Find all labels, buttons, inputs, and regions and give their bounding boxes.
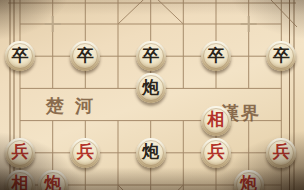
piece-grid: 卒卒卒卒卒炮相兵兵炮兵兵相炮炮 [4,8,298,190]
piece-glyph: 炮 [142,143,159,160]
piece-glyph: 炮 [240,175,257,190]
piece-black-soldier-f8r3[interactable]: 卒 [266,41,296,71]
piece-red-elephant-f6r5[interactable]: 相 [201,106,231,136]
piece-glyph: 卒 [77,46,94,63]
piece-glyph: 卒 [273,46,290,63]
piece-black-cannon-f4r4[interactable]: 炮 [136,73,166,103]
piece-glyph: 相 [207,111,224,128]
piece-black-soldier-f2r3[interactable]: 卒 [70,41,100,71]
piece-glyph: 兵 [207,143,224,160]
piece-glyph: 相 [12,175,29,190]
piece-glyph: 兵 [273,143,290,160]
piece-glyph: 炮 [44,175,61,190]
piece-glyph: 炮 [142,78,159,95]
piece-black-cannon-f4r6[interactable]: 炮 [136,138,166,168]
piece-glyph: 卒 [207,46,224,63]
piece-glyph: 兵 [12,143,29,160]
piece-red-elephant-f0r7[interactable]: 相 [5,170,35,190]
piece-black-soldier-f6r3[interactable]: 卒 [201,41,231,71]
piece-red-soldier-f6r6[interactable]: 兵 [201,138,231,168]
piece-black-soldier-f0r3[interactable]: 卒 [5,41,35,71]
piece-red-soldier-f0r6[interactable]: 兵 [5,138,35,168]
piece-red-soldier-f8r6[interactable]: 兵 [266,138,296,168]
piece-glyph: 兵 [77,143,94,160]
piece-black-soldier-f4r3[interactable]: 卒 [136,41,166,71]
piece-glyph: 卒 [142,46,159,63]
piece-red-cannon-f7r7[interactable]: 炮 [234,170,264,190]
piece-glyph: 卒 [12,46,29,63]
xiangqi-board: 楚河 漢界 卒卒卒卒卒炮相兵兵炮兵兵相炮炮 [0,0,304,190]
piece-red-soldier-f2r6[interactable]: 兵 [70,138,100,168]
piece-red-cannon-f1r7[interactable]: 炮 [38,170,68,190]
